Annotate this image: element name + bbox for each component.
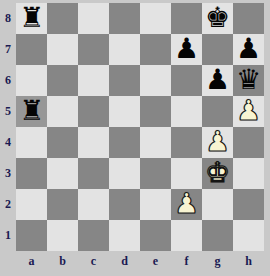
file-label-c: c	[78, 254, 109, 272]
square-e5[interactable]	[140, 96, 171, 127]
square-b1[interactable]	[47, 220, 78, 251]
square-e1[interactable]	[140, 220, 171, 251]
square-g6[interactable]: ♟	[202, 65, 233, 96]
rank-label-5: 5	[0, 96, 16, 127]
square-h7[interactable]: ♟	[233, 34, 264, 65]
square-d3[interactable]	[109, 158, 140, 189]
square-f5[interactable]	[171, 96, 202, 127]
square-e6[interactable]	[140, 65, 171, 96]
square-f8[interactable]	[171, 3, 202, 34]
square-b3[interactable]	[47, 158, 78, 189]
square-a8[interactable]: ♜	[16, 3, 47, 34]
square-c3[interactable]	[78, 158, 109, 189]
square-b5[interactable]	[47, 96, 78, 127]
file-label-h: h	[233, 254, 264, 272]
file-label-f: f	[171, 254, 202, 272]
square-g1[interactable]	[202, 220, 233, 251]
rank-labels: 87654321	[0, 3, 16, 251]
rank-label-7: 7	[0, 34, 16, 65]
square-f6[interactable]	[171, 65, 202, 96]
white-pawn-f2: ♟	[174, 189, 199, 219]
file-label-b: b	[47, 254, 78, 272]
chess-board: ♜♚♟♟♟♛♜♟♟♚♟	[16, 3, 264, 251]
rank-label-2: 2	[0, 189, 16, 220]
square-a3[interactable]	[16, 158, 47, 189]
black-pawn-g6: ♟	[205, 65, 230, 95]
square-e3[interactable]	[140, 158, 171, 189]
square-e4[interactable]	[140, 127, 171, 158]
square-a4[interactable]	[16, 127, 47, 158]
rank-label-6: 6	[0, 65, 16, 96]
rank-label-1: 1	[0, 220, 16, 251]
square-g3[interactable]: ♚	[202, 158, 233, 189]
square-d4[interactable]	[109, 127, 140, 158]
square-g7[interactable]	[202, 34, 233, 65]
white-pawn-h5: ♟	[236, 96, 261, 126]
square-b8[interactable]	[47, 3, 78, 34]
square-c4[interactable]	[78, 127, 109, 158]
square-f3[interactable]	[171, 158, 202, 189]
square-a5[interactable]: ♜	[16, 96, 47, 127]
square-b4[interactable]	[47, 127, 78, 158]
square-c8[interactable]	[78, 3, 109, 34]
file-labels: abcdefgh	[16, 251, 264, 276]
square-g8[interactable]: ♚	[202, 3, 233, 34]
square-f2[interactable]: ♟	[171, 189, 202, 220]
square-c2[interactable]	[78, 189, 109, 220]
square-a6[interactable]	[16, 65, 47, 96]
square-h8[interactable]	[233, 3, 264, 34]
square-a2[interactable]	[16, 189, 47, 220]
file-label-e: e	[140, 254, 171, 272]
square-e7[interactable]	[140, 34, 171, 65]
square-d2[interactable]	[109, 189, 140, 220]
square-f4[interactable]	[171, 127, 202, 158]
square-c5[interactable]	[78, 96, 109, 127]
square-h3[interactable]	[233, 158, 264, 189]
rank-label-8: 8	[0, 3, 16, 34]
square-d1[interactable]	[109, 220, 140, 251]
square-h1[interactable]	[233, 220, 264, 251]
white-pawn-g4: ♟	[205, 127, 230, 157]
black-rook-a8: ♜	[19, 3, 44, 33]
black-pawn-f7: ♟	[174, 34, 199, 64]
square-b6[interactable]	[47, 65, 78, 96]
square-g2[interactable]	[202, 189, 233, 220]
square-e2[interactable]	[140, 189, 171, 220]
black-queen-h6: ♛	[236, 65, 261, 95]
square-h6[interactable]: ♛	[233, 65, 264, 96]
chess-diagram: 87654321 ♜♚♟♟♟♛♜♟♟♚♟ abcdefgh	[0, 0, 270, 276]
square-a1[interactable]	[16, 220, 47, 251]
square-e8[interactable]	[140, 3, 171, 34]
square-c6[interactable]	[78, 65, 109, 96]
square-b2[interactable]	[47, 189, 78, 220]
square-d7[interactable]	[109, 34, 140, 65]
square-d8[interactable]	[109, 3, 140, 34]
file-label-a: a	[16, 254, 47, 272]
file-label-d: d	[109, 254, 140, 272]
square-d6[interactable]	[109, 65, 140, 96]
rank-label-4: 4	[0, 127, 16, 158]
square-d5[interactable]	[109, 96, 140, 127]
black-rook-a5: ♜	[19, 96, 44, 126]
square-b7[interactable]	[47, 34, 78, 65]
square-g4[interactable]: ♟	[202, 127, 233, 158]
file-label-g: g	[202, 254, 233, 272]
square-g5[interactable]	[202, 96, 233, 127]
square-c1[interactable]	[78, 220, 109, 251]
square-h4[interactable]	[233, 127, 264, 158]
square-h2[interactable]	[233, 189, 264, 220]
white-king-g3: ♚	[205, 158, 230, 188]
square-c7[interactable]	[78, 34, 109, 65]
square-h5[interactable]: ♟	[233, 96, 264, 127]
square-f1[interactable]	[171, 220, 202, 251]
square-a7[interactable]	[16, 34, 47, 65]
square-f7[interactable]: ♟	[171, 34, 202, 65]
black-pawn-h7: ♟	[236, 34, 261, 64]
black-king-g8: ♚	[205, 3, 230, 33]
rank-label-3: 3	[0, 158, 16, 189]
